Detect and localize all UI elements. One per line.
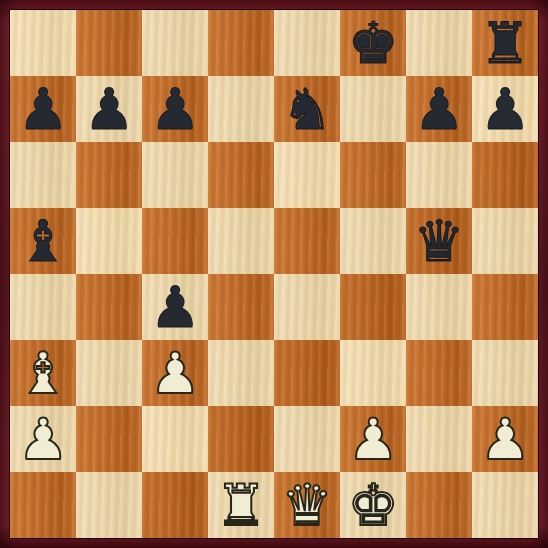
square-d7[interactable] <box>208 76 274 142</box>
square-g1[interactable] <box>406 472 472 538</box>
square-f2[interactable]: ♟ <box>340 406 406 472</box>
square-e2[interactable] <box>274 406 340 472</box>
square-b3[interactable] <box>76 340 142 406</box>
square-h5[interactable] <box>472 208 538 274</box>
square-a3[interactable]: ♝ <box>10 340 76 406</box>
square-g6[interactable] <box>406 142 472 208</box>
square-a2[interactable]: ♟ <box>10 406 76 472</box>
piece-white-pawn[interactable]: ♟ <box>472 406 538 472</box>
square-h4[interactable] <box>472 274 538 340</box>
square-c1[interactable] <box>142 472 208 538</box>
square-c8[interactable] <box>142 10 208 76</box>
square-d4[interactable] <box>208 274 274 340</box>
square-g2[interactable] <box>406 406 472 472</box>
piece-white-queen[interactable]: ♛ <box>274 472 340 538</box>
square-c2[interactable] <box>142 406 208 472</box>
square-c7[interactable]: ♟ <box>142 76 208 142</box>
square-h8[interactable]: ♜ <box>472 10 538 76</box>
square-d3[interactable] <box>208 340 274 406</box>
square-c5[interactable] <box>142 208 208 274</box>
square-a1[interactable] <box>10 472 76 538</box>
piece-black-pawn[interactable]: ♟ <box>10 76 76 142</box>
square-e8[interactable] <box>274 10 340 76</box>
square-e3[interactable] <box>274 340 340 406</box>
square-b4[interactable] <box>76 274 142 340</box>
square-f5[interactable] <box>340 208 406 274</box>
square-d6[interactable] <box>208 142 274 208</box>
square-e6[interactable] <box>274 142 340 208</box>
square-f7[interactable] <box>340 76 406 142</box>
square-a8[interactable] <box>10 10 76 76</box>
square-a7[interactable]: ♟ <box>10 76 76 142</box>
board-frame: ♚♜♟♟♟♞♟♟♝♛♟♝♟♟♟♟♜♛♚ <box>0 0 548 548</box>
square-b7[interactable]: ♟ <box>76 76 142 142</box>
piece-black-pawn[interactable]: ♟ <box>76 76 142 142</box>
square-b2[interactable] <box>76 406 142 472</box>
piece-black-bishop[interactable]: ♝ <box>10 208 76 274</box>
square-a5[interactable]: ♝ <box>10 208 76 274</box>
square-b1[interactable] <box>76 472 142 538</box>
square-f8[interactable]: ♚ <box>340 10 406 76</box>
square-h3[interactable] <box>472 340 538 406</box>
piece-white-king[interactable]: ♚ <box>340 472 406 538</box>
square-d8[interactable] <box>208 10 274 76</box>
square-h1[interactable] <box>472 472 538 538</box>
square-d1[interactable]: ♜ <box>208 472 274 538</box>
square-e1[interactable]: ♛ <box>274 472 340 538</box>
piece-black-queen[interactable]: ♛ <box>406 208 472 274</box>
square-f4[interactable] <box>340 274 406 340</box>
square-b5[interactable] <box>76 208 142 274</box>
square-h2[interactable]: ♟ <box>472 406 538 472</box>
piece-black-pawn[interactable]: ♟ <box>472 76 538 142</box>
square-a6[interactable] <box>10 142 76 208</box>
piece-black-pawn[interactable]: ♟ <box>142 274 208 340</box>
piece-white-pawn[interactable]: ♟ <box>142 340 208 406</box>
square-f3[interactable] <box>340 340 406 406</box>
piece-black-knight[interactable]: ♞ <box>274 76 340 142</box>
square-g5[interactable]: ♛ <box>406 208 472 274</box>
square-g8[interactable] <box>406 10 472 76</box>
square-e5[interactable] <box>274 208 340 274</box>
square-c3[interactable]: ♟ <box>142 340 208 406</box>
square-b6[interactable] <box>76 142 142 208</box>
piece-black-king[interactable]: ♚ <box>340 10 406 76</box>
piece-white-bishop[interactable]: ♝ <box>10 340 76 406</box>
piece-white-rook[interactable]: ♜ <box>208 472 274 538</box>
piece-black-rook[interactable]: ♜ <box>472 10 538 76</box>
square-d2[interactable] <box>208 406 274 472</box>
square-h7[interactable]: ♟ <box>472 76 538 142</box>
square-g4[interactable] <box>406 274 472 340</box>
square-f6[interactable] <box>340 142 406 208</box>
piece-black-pawn[interactable]: ♟ <box>142 76 208 142</box>
square-a4[interactable] <box>10 274 76 340</box>
square-g7[interactable]: ♟ <box>406 76 472 142</box>
chess-board: ♚♜♟♟♟♞♟♟♝♛♟♝♟♟♟♟♜♛♚ <box>10 10 538 538</box>
square-e4[interactable] <box>274 274 340 340</box>
square-e7[interactable]: ♞ <box>274 76 340 142</box>
square-d5[interactable] <box>208 208 274 274</box>
piece-white-pawn[interactable]: ♟ <box>340 406 406 472</box>
piece-white-pawn[interactable]: ♟ <box>10 406 76 472</box>
square-b8[interactable] <box>76 10 142 76</box>
piece-black-pawn[interactable]: ♟ <box>406 76 472 142</box>
square-c4[interactable]: ♟ <box>142 274 208 340</box>
square-f1[interactable]: ♚ <box>340 472 406 538</box>
square-h6[interactable] <box>472 142 538 208</box>
square-g3[interactable] <box>406 340 472 406</box>
square-c6[interactable] <box>142 142 208 208</box>
